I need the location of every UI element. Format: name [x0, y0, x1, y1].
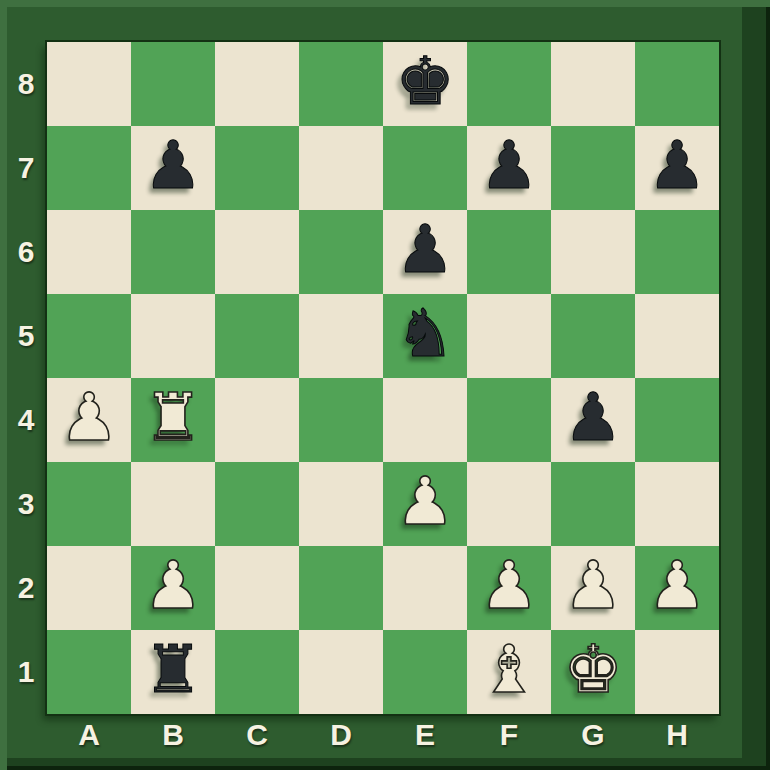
square-g6[interactable] — [551, 210, 635, 294]
square-b7[interactable]: ♟ — [131, 126, 215, 210]
square-a6[interactable] — [47, 210, 131, 294]
square-d8[interactable] — [299, 42, 383, 126]
square-d1[interactable] — [299, 630, 383, 714]
white-pawn-g2[interactable]: ♟ — [551, 546, 635, 630]
square-d4[interactable] — [299, 378, 383, 462]
square-c7[interactable] — [215, 126, 299, 210]
square-c4[interactable] — [215, 378, 299, 462]
square-d2[interactable] — [299, 546, 383, 630]
square-a7[interactable] — [47, 126, 131, 210]
square-f1[interactable]: ♝ — [467, 630, 551, 714]
square-c1[interactable] — [215, 630, 299, 714]
file-label-h: H — [635, 712, 719, 758]
black-pawn-g4[interactable]: ♟ — [551, 378, 635, 462]
square-b6[interactable] — [131, 210, 215, 294]
black-pawn-b7[interactable]: ♟ — [131, 126, 215, 210]
square-d5[interactable] — [299, 294, 383, 378]
file-label-c: C — [215, 712, 299, 758]
file-label-f: F — [467, 712, 551, 758]
white-pawn-e3[interactable]: ♟ — [383, 462, 467, 546]
rank-label-4: 4 — [7, 378, 45, 462]
black-pawn-f7[interactable]: ♟ — [467, 126, 551, 210]
white-pawn-h2[interactable]: ♟ — [635, 546, 719, 630]
square-f6[interactable] — [467, 210, 551, 294]
square-g1[interactable]: ♚ — [551, 630, 635, 714]
frame-edge-bottom — [0, 766, 770, 770]
square-f4[interactable] — [467, 378, 551, 462]
square-d6[interactable] — [299, 210, 383, 294]
square-d7[interactable] — [299, 126, 383, 210]
square-g7[interactable] — [551, 126, 635, 210]
rank-label-8: 8 — [7, 42, 45, 126]
square-g2[interactable]: ♟ — [551, 546, 635, 630]
rank-label-5: 5 — [7, 294, 45, 378]
square-c8[interactable] — [215, 42, 299, 126]
white-pawn-a4[interactable]: ♟ — [47, 378, 131, 462]
black-rook-b1[interactable]: ♜ — [131, 630, 215, 714]
rank-label-7: 7 — [7, 126, 45, 210]
square-b5[interactable] — [131, 294, 215, 378]
square-c5[interactable] — [215, 294, 299, 378]
square-c2[interactable] — [215, 546, 299, 630]
square-a2[interactable] — [47, 546, 131, 630]
square-e2[interactable] — [383, 546, 467, 630]
square-g4[interactable]: ♟ — [551, 378, 635, 462]
square-f2[interactable]: ♟ — [467, 546, 551, 630]
file-label-b: B — [131, 712, 215, 758]
square-a8[interactable] — [47, 42, 131, 126]
square-h5[interactable] — [635, 294, 719, 378]
file-label-e: E — [383, 712, 467, 758]
square-f5[interactable] — [467, 294, 551, 378]
square-e5[interactable]: ♞ — [383, 294, 467, 378]
square-a3[interactable] — [47, 462, 131, 546]
file-label-g: G — [551, 712, 635, 758]
square-b3[interactable] — [131, 462, 215, 546]
white-pawn-b2[interactable]: ♟ — [131, 546, 215, 630]
square-c3[interactable] — [215, 462, 299, 546]
square-f7[interactable]: ♟ — [467, 126, 551, 210]
frame-bevel-left — [0, 0, 7, 770]
black-king-e8[interactable]: ♚ — [383, 42, 467, 126]
white-bishop-f1[interactable]: ♝ — [467, 630, 551, 714]
square-g8[interactable] — [551, 42, 635, 126]
rank-label-1: 1 — [7, 630, 45, 714]
square-h1[interactable] — [635, 630, 719, 714]
rank-label-6: 6 — [7, 210, 45, 294]
rank-labels: 87654321 — [7, 42, 45, 714]
square-e3[interactable]: ♟ — [383, 462, 467, 546]
rank-label-3: 3 — [7, 462, 45, 546]
black-pawn-e6[interactable]: ♟ — [383, 210, 467, 294]
square-e4[interactable] — [383, 378, 467, 462]
square-e8[interactable]: ♚ — [383, 42, 467, 126]
square-f3[interactable] — [467, 462, 551, 546]
chess-board-frame: 87654321 ♚♟♟♟♟♞♟♜♟♟♟♟♟♟♜♝♚ ABCDEFGH — [0, 0, 770, 770]
black-pawn-h7[interactable]: ♟ — [635, 126, 719, 210]
frame-edge-right — [766, 0, 770, 770]
black-knight-e5[interactable]: ♞ — [383, 294, 467, 378]
chess-board[interactable]: ♚♟♟♟♟♞♟♜♟♟♟♟♟♟♜♝♚ — [47, 42, 719, 714]
rank-label-2: 2 — [7, 546, 45, 630]
square-e6[interactable]: ♟ — [383, 210, 467, 294]
square-h7[interactable]: ♟ — [635, 126, 719, 210]
square-b2[interactable]: ♟ — [131, 546, 215, 630]
square-a1[interactable] — [47, 630, 131, 714]
square-g3[interactable] — [551, 462, 635, 546]
square-b8[interactable] — [131, 42, 215, 126]
square-e7[interactable] — [383, 126, 467, 210]
white-king-g1[interactable]: ♚ — [551, 630, 635, 714]
white-pawn-f2[interactable]: ♟ — [467, 546, 551, 630]
square-a4[interactable]: ♟ — [47, 378, 131, 462]
white-rook-b4[interactable]: ♜ — [131, 378, 215, 462]
square-g5[interactable] — [551, 294, 635, 378]
file-label-d: D — [299, 712, 383, 758]
file-label-a: A — [47, 712, 131, 758]
square-a5[interactable] — [47, 294, 131, 378]
square-h3[interactable] — [635, 462, 719, 546]
square-c6[interactable] — [215, 210, 299, 294]
square-f8[interactable] — [467, 42, 551, 126]
square-b1[interactable]: ♜ — [131, 630, 215, 714]
square-h4[interactable] — [635, 378, 719, 462]
square-h6[interactable] — [635, 210, 719, 294]
square-e1[interactable] — [383, 630, 467, 714]
file-labels: ABCDEFGH — [47, 712, 719, 758]
frame-bevel-top — [0, 0, 770, 7]
square-b4[interactable]: ♜ — [131, 378, 215, 462]
square-h2[interactable]: ♟ — [635, 546, 719, 630]
square-h8[interactable] — [635, 42, 719, 126]
square-d3[interactable] — [299, 462, 383, 546]
